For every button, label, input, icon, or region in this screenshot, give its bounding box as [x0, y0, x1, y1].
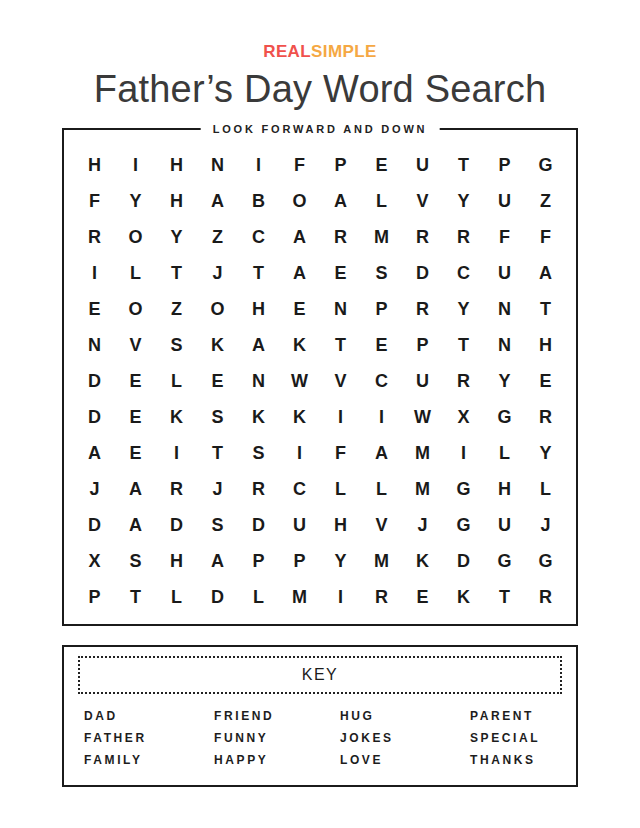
key-section: KEY DADFATHERFAMILYFRIENDFUNNYHAPPYHUGJO…	[62, 645, 578, 787]
grid-cell: L	[540, 480, 551, 498]
grid-cell: V	[416, 192, 428, 210]
brand-simple: SIMPLE	[311, 42, 377, 61]
grid-cell: D	[88, 516, 101, 534]
grid-cell: K	[170, 408, 183, 426]
grid-cell: Y	[170, 228, 182, 246]
grid-cell: H	[88, 156, 101, 174]
grid-cell: E	[293, 300, 305, 318]
grid-cell: E	[129, 444, 141, 462]
key-word: SPECIAL	[470, 731, 576, 745]
key-word: HAPPY	[214, 753, 340, 767]
page-title: Father’s Day Word Search	[0, 68, 640, 110]
grid-cell: R	[334, 228, 347, 246]
grid-cell: A	[88, 444, 101, 462]
grid-cell: I	[338, 408, 343, 426]
grid-cell: U	[498, 516, 511, 534]
grid-cell: L	[376, 480, 387, 498]
grid-cell: N	[252, 372, 265, 390]
grid-cell: K	[293, 408, 306, 426]
grid-cell: T	[253, 264, 264, 282]
grid-cell: K	[252, 408, 265, 426]
grid-cell: L	[171, 372, 182, 390]
key-word: JOKES	[340, 731, 470, 745]
grid-cell: Y	[457, 300, 469, 318]
grid-cell: Z	[171, 300, 182, 318]
grid-cell: A	[293, 264, 306, 282]
grid-cell: U	[498, 264, 511, 282]
key-word: FATHER	[84, 731, 214, 745]
grid-cell: R	[457, 372, 470, 390]
grid-cell: R	[457, 228, 470, 246]
grid-cell: N	[334, 300, 347, 318]
grid-cell: K	[416, 552, 429, 570]
grid-cell: K	[211, 336, 224, 354]
grid-cell: J	[540, 516, 550, 534]
grid-cell: L	[253, 588, 264, 606]
grid-cell: E	[375, 336, 387, 354]
grid-cell: I	[379, 408, 384, 426]
grid-cell: P	[375, 300, 387, 318]
grid-cell: A	[334, 192, 347, 210]
grid-cell: J	[212, 480, 222, 498]
key-word: DAD	[84, 709, 214, 723]
grid-cell: M	[415, 444, 430, 462]
grid-cell: L	[499, 444, 510, 462]
grid-cell: O	[128, 228, 142, 246]
grid-cell: A	[129, 480, 142, 498]
grid-cell: T	[212, 444, 223, 462]
grid-cell: L	[171, 588, 182, 606]
grid-cell: R	[170, 480, 183, 498]
grid-cell: R	[539, 408, 552, 426]
grid-cell: D	[416, 264, 429, 282]
grid-cell: M	[292, 588, 307, 606]
grid-cell: W	[414, 408, 431, 426]
grid-cell: L	[335, 480, 346, 498]
grid-cell: F	[499, 228, 510, 246]
grid-cell: H	[252, 300, 265, 318]
grid-cell: Y	[334, 552, 346, 570]
key-word: FUNNY	[214, 731, 340, 745]
grid-cell: D	[170, 516, 183, 534]
grid-cell: E	[129, 408, 141, 426]
grid-cell: S	[252, 444, 264, 462]
grid-cell: C	[293, 480, 306, 498]
grid-cell: D	[88, 408, 101, 426]
grid-cell: T	[458, 156, 469, 174]
grid-cell: O	[210, 300, 224, 318]
grid-cell: G	[497, 552, 511, 570]
grid-cell: A	[293, 228, 306, 246]
grid-cell: X	[457, 408, 469, 426]
grid-cell: D	[457, 552, 470, 570]
grid-cell: E	[334, 264, 346, 282]
page: REALSIMPLE Father’s Day Word Search LOOK…	[0, 0, 640, 828]
grid-cell: S	[129, 552, 141, 570]
letter-grid: HIHNIFPEUTPGFYHABOALVYUZROYZCARMRRFFILTJ…	[64, 130, 576, 624]
key-word: HUG	[340, 709, 470, 723]
grid-cell: V	[334, 372, 346, 390]
grid-cell: J	[212, 264, 222, 282]
grid-cell: F	[89, 192, 100, 210]
key-header: KEY	[78, 656, 562, 694]
key-word: FAMILY	[84, 753, 214, 767]
grid-cell: A	[252, 336, 265, 354]
grid-cell: O	[292, 192, 306, 210]
grid-cell: C	[252, 228, 265, 246]
grid-cell: P	[416, 336, 428, 354]
grid-cell: Z	[212, 228, 223, 246]
grid-cell: N	[88, 336, 101, 354]
grid-cell: A	[211, 552, 224, 570]
grid-cell: A	[129, 516, 142, 534]
grid-cell: G	[456, 480, 470, 498]
grid-cell: P	[334, 156, 346, 174]
grid-cell: C	[375, 372, 388, 390]
grid-cell: E	[375, 156, 387, 174]
grid-cell: G	[538, 552, 552, 570]
grid-cell: R	[88, 228, 101, 246]
grid-cell: B	[252, 192, 265, 210]
key-word: LOVE	[340, 753, 470, 767]
grid-cell: T	[130, 588, 141, 606]
grid-cell: H	[170, 552, 183, 570]
key-word: THANKS	[470, 753, 576, 767]
grid-cell: F	[294, 156, 305, 174]
grid-cell: P	[498, 156, 510, 174]
grid-cell: G	[497, 408, 511, 426]
grid-cell: K	[457, 588, 470, 606]
grid-cell: T	[540, 300, 551, 318]
key-label: KEY	[302, 666, 339, 683]
grid-cell: D	[88, 372, 101, 390]
grid-cell: U	[498, 192, 511, 210]
grid-cell: L	[376, 192, 387, 210]
grid-cell: N	[498, 300, 511, 318]
grid-cell: T	[335, 336, 346, 354]
grid-cell: H	[498, 480, 511, 498]
grid-cell: N	[498, 336, 511, 354]
grid-cell: A	[211, 192, 224, 210]
grid-cell: I	[256, 156, 261, 174]
grid-cell: D	[211, 588, 224, 606]
grid-cell: H	[539, 336, 552, 354]
grid-cell: O	[128, 300, 142, 318]
grid-cell: R	[539, 588, 552, 606]
instruction-legend: LOOK FORWARD AND DOWN	[201, 122, 440, 136]
grid-cell: P	[293, 552, 305, 570]
grid-cell: S	[170, 336, 182, 354]
grid-cell: G	[456, 516, 470, 534]
grid-cell: V	[129, 336, 141, 354]
key-word: PARENT	[470, 709, 576, 723]
grid-cell: C	[457, 264, 470, 282]
grid-cell: T	[171, 264, 182, 282]
grid-cell: E	[88, 300, 100, 318]
grid-cell: H	[334, 516, 347, 534]
word-search-board: LOOK FORWARD AND DOWN HIHNIFPEUTPGFYHABO…	[62, 128, 578, 626]
grid-cell: V	[375, 516, 387, 534]
grid-cell: J	[89, 480, 99, 498]
grid-cell: I	[461, 444, 466, 462]
grid-cell: Z	[540, 192, 551, 210]
grid-cell: S	[211, 408, 223, 426]
grid-cell: Y	[129, 192, 141, 210]
grid-cell: I	[174, 444, 179, 462]
grid-cell: S	[375, 264, 387, 282]
key-word: FRIEND	[214, 709, 340, 723]
brand-logo: REALSIMPLE	[0, 0, 640, 61]
grid-cell: T	[458, 336, 469, 354]
brand-real: REAL	[263, 42, 311, 61]
grid-cell: U	[293, 516, 306, 534]
grid-cell: R	[416, 300, 429, 318]
grid-cell: M	[415, 480, 430, 498]
grid-cell: F	[540, 228, 551, 246]
grid-cell: G	[538, 156, 552, 174]
grid-cell: A	[539, 264, 552, 282]
grid-cell: E	[129, 372, 141, 390]
grid-cell: U	[416, 372, 429, 390]
grid-cell: M	[374, 228, 389, 246]
grid-cell: R	[375, 588, 388, 606]
grid-cell: E	[416, 588, 428, 606]
grid-cell: M	[374, 552, 389, 570]
grid-cell: R	[416, 228, 429, 246]
grid-cell: T	[499, 588, 510, 606]
grid-cell: X	[88, 552, 100, 570]
grid-cell: I	[297, 444, 302, 462]
word-list: DADFATHERFAMILYFRIENDFUNNYHAPPYHUGJOKESL…	[64, 694, 576, 771]
grid-cell: W	[291, 372, 308, 390]
grid-cell: I	[92, 264, 97, 282]
grid-cell: H	[170, 192, 183, 210]
grid-cell: J	[417, 516, 427, 534]
grid-cell: R	[252, 480, 265, 498]
grid-cell: N	[211, 156, 224, 174]
grid-cell: D	[252, 516, 265, 534]
grid-cell: I	[338, 588, 343, 606]
grid-cell: A	[375, 444, 388, 462]
grid-cell: H	[170, 156, 183, 174]
grid-cell: Y	[539, 444, 551, 462]
grid-cell: S	[211, 516, 223, 534]
grid-cell: Y	[498, 372, 510, 390]
grid-cell: K	[293, 336, 306, 354]
grid-cell: P	[88, 588, 100, 606]
grid-cell: U	[416, 156, 429, 174]
grid-cell: I	[133, 156, 138, 174]
grid-cell: Y	[457, 192, 469, 210]
grid-cell: F	[335, 444, 346, 462]
grid-cell: L	[130, 264, 141, 282]
grid-cell: E	[211, 372, 223, 390]
grid-cell: P	[252, 552, 264, 570]
grid-cell: E	[539, 372, 551, 390]
